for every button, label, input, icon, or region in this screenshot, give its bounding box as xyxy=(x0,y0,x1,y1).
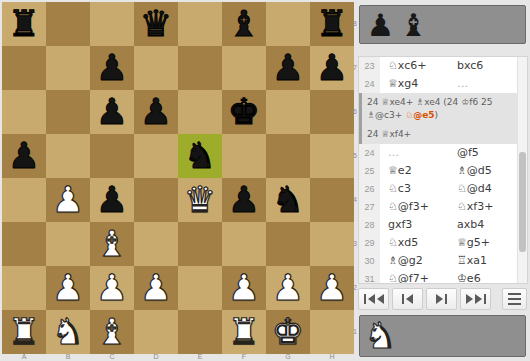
chess-board[interactable]: ♜♛♝♜♟♟♟♟♟♚♟♞♟♟♛♟♞♝♟♟♟♟♟♟♜♞♝♜♚ xyxy=(2,2,354,354)
step-forward-button[interactable] xyxy=(426,288,457,310)
move-number: 29 xyxy=(359,234,380,252)
white-move[interactable]: ♘xc6+ xyxy=(380,57,455,75)
move-row: 26 ♘c3 ♘@d4 xyxy=(359,180,527,198)
white-pawn[interactable]: ♟ xyxy=(266,266,310,310)
move-row: 28 gxf3 axb4 xyxy=(359,216,527,234)
square-c1[interactable]: ♝ xyxy=(90,310,134,354)
square-b3[interactable] xyxy=(46,222,90,266)
black-rook[interactable]: ♜ xyxy=(2,2,46,46)
white-bishop[interactable]: ♝ xyxy=(90,310,134,354)
move-row: 24 … @f5 xyxy=(359,144,527,162)
black-rook[interactable]: ♜ xyxy=(310,2,354,46)
move-row: 27 ♘@f3+ ♘xf3+ xyxy=(359,198,527,216)
variation-line[interactable]: 24 ♕xe4+ ♗xe4 (24 ♔f6 25 ♗@c3+ ♘@e5) xyxy=(359,93,527,125)
square-e1[interactable] xyxy=(178,310,222,354)
move-number: 30 xyxy=(359,252,380,270)
white-rook[interactable]: ♜ xyxy=(222,310,266,354)
square-b7[interactable] xyxy=(46,46,90,90)
menu-button[interactable] xyxy=(502,288,527,310)
square-g1[interactable]: ♚ xyxy=(266,310,310,354)
white-pawn[interactable]: ♟ xyxy=(46,178,90,222)
square-g3[interactable] xyxy=(266,222,310,266)
square-b4[interactable]: ♟ xyxy=(46,178,90,222)
file-label: G xyxy=(266,353,310,361)
move-number: 27 xyxy=(359,198,380,216)
skip-start-icon xyxy=(364,294,366,304)
scrollbar-thumb[interactable] xyxy=(519,152,526,252)
white-move: … xyxy=(380,144,455,162)
step-forward-icon xyxy=(436,294,443,304)
square-c3[interactable]: ♝ xyxy=(90,222,134,266)
black-pawn[interactable]: ♟ xyxy=(222,178,266,222)
current-move[interactable]: ♘@e5 xyxy=(405,110,434,120)
square-a8[interactable]: ♜ xyxy=(2,2,46,46)
move-row: 23 ♘xc6+ bxc6 xyxy=(359,57,527,75)
white-pawn[interactable]: ♟ xyxy=(310,266,354,310)
scrollbar[interactable] xyxy=(517,57,527,283)
black-pawn[interactable]: ♟ xyxy=(90,90,134,134)
black-pawn-pocket-piece[interactable]: ♟ xyxy=(364,6,397,44)
square-a7[interactable] xyxy=(2,46,46,90)
white-move[interactable]: ♘@f3+ xyxy=(380,198,455,216)
black-pawn[interactable]: ♟ xyxy=(2,134,46,178)
white-move[interactable]: ♕e2 xyxy=(380,162,455,180)
white-pawn[interactable]: ♟ xyxy=(90,266,134,310)
square-d5[interactable] xyxy=(134,134,178,178)
square-d1[interactable] xyxy=(134,310,178,354)
square-c7[interactable]: ♟ xyxy=(90,46,134,90)
black-king[interactable]: ♚ xyxy=(222,90,266,134)
white-pocket-tray: ♞ xyxy=(359,315,526,357)
square-b1[interactable]: ♞ xyxy=(46,310,90,354)
square-c8[interactable] xyxy=(90,2,134,46)
move-row: 24 ♕xg4 … xyxy=(359,75,527,93)
move-number: 25 xyxy=(359,162,380,180)
square-b8[interactable] xyxy=(46,2,90,46)
variation-moves[interactable]: 24 ♕xf4+ xyxy=(367,129,411,139)
square-a3[interactable] xyxy=(2,222,46,266)
black-bishop-pocket-piece[interactable]: ♝ xyxy=(397,6,430,44)
square-g6[interactable] xyxy=(266,90,310,134)
square-g2[interactable]: ♟ xyxy=(266,266,310,310)
square-d8[interactable]: ♛ xyxy=(134,2,178,46)
square-a6[interactable] xyxy=(2,90,46,134)
white-rook[interactable]: ♜ xyxy=(2,310,46,354)
file-label: H xyxy=(310,353,354,361)
square-f1[interactable]: ♜ xyxy=(222,310,266,354)
square-e4[interactable]: ♛ xyxy=(178,178,222,222)
square-f3[interactable] xyxy=(222,222,266,266)
white-pawn[interactable]: ♟ xyxy=(46,266,90,310)
move-row: 25 ♕e2 ♗@d5 xyxy=(359,162,527,180)
file-label: E xyxy=(178,353,222,361)
square-f5[interactable] xyxy=(222,134,266,178)
square-d3[interactable] xyxy=(134,222,178,266)
white-knight-pocket-piece[interactable]: ♞ xyxy=(364,317,397,355)
white-move[interactable]: ♘xd5 xyxy=(380,234,455,252)
square-h2[interactable]: ♟ xyxy=(310,266,354,310)
white-queen[interactable]: ♛ xyxy=(178,178,222,222)
black-knight[interactable]: ♞ xyxy=(266,178,310,222)
black-queen[interactable]: ♛ xyxy=(134,2,178,46)
square-b5[interactable] xyxy=(46,134,90,178)
square-a2[interactable] xyxy=(2,266,46,310)
square-c2[interactable]: ♟ xyxy=(90,266,134,310)
move-number: 24 xyxy=(359,75,380,93)
white-bishop[interactable]: ♝ xyxy=(90,222,134,266)
white-knight[interactable]: ♞ xyxy=(46,310,90,354)
white-king[interactable]: ♚ xyxy=(266,310,310,354)
white-move[interactable]: ♗@g2 xyxy=(380,252,455,270)
square-d7[interactable] xyxy=(134,46,178,90)
hamburger-icon xyxy=(508,293,521,295)
square-e7[interactable] xyxy=(178,46,222,90)
black-pawn[interactable]: ♟ xyxy=(90,46,134,90)
file-label: B xyxy=(46,353,90,361)
square-a4[interactable] xyxy=(2,178,46,222)
square-g4[interactable]: ♞ xyxy=(266,178,310,222)
black-pocket-tray: ♟ ♝ xyxy=(359,5,526,44)
square-b6[interactable] xyxy=(46,90,90,134)
file-labels: ABCDEFGH xyxy=(2,353,354,361)
move-number: 23 xyxy=(359,57,380,75)
square-h5[interactable] xyxy=(310,134,354,178)
variation-close: ) xyxy=(435,110,439,120)
go-to-start-button[interactable] xyxy=(358,288,389,310)
square-g7[interactable]: ♟ xyxy=(266,46,310,90)
square-h8[interactable]: ♜ xyxy=(310,2,354,46)
white-pawn[interactable]: ♟ xyxy=(134,266,178,310)
square-e6[interactable] xyxy=(178,90,222,134)
square-e5[interactable]: ♞ xyxy=(178,134,222,178)
move-number: 24 xyxy=(359,144,380,162)
square-f4[interactable]: ♟ xyxy=(222,178,266,222)
go-to-end-button[interactable] xyxy=(460,288,491,310)
square-f6[interactable]: ♚ xyxy=(222,90,266,134)
black-bishop[interactable]: ♝ xyxy=(222,2,266,46)
file-label: F xyxy=(222,353,266,361)
white-move[interactable]: ♘@f7+ xyxy=(380,270,455,284)
square-h6[interactable] xyxy=(310,90,354,134)
move-list[interactable]: 23 ♘xc6+ bxc6 24 ♕xg4 … 24 ♕xe4+ ♗xe4 (2… xyxy=(358,56,528,284)
move-number: 28 xyxy=(359,216,380,234)
square-h7[interactable]: ♟ xyxy=(310,46,354,90)
move-number: 31 xyxy=(359,270,380,284)
black-knight[interactable]: ♞ xyxy=(178,134,222,178)
step-back-button[interactable] xyxy=(392,288,423,310)
square-h3[interactable] xyxy=(310,222,354,266)
skip-end-icon xyxy=(466,294,473,304)
move-row: 30 ♗@g2 ♖xa1 xyxy=(359,252,527,270)
square-d6[interactable]: ♟ xyxy=(134,90,178,134)
black-pawn[interactable]: ♟ xyxy=(310,46,354,90)
square-h4[interactable] xyxy=(310,178,354,222)
square-g5[interactable] xyxy=(266,134,310,178)
white-move[interactable]: ♘c3 xyxy=(380,180,455,198)
white-move[interactable]: gxf3 xyxy=(380,216,455,234)
black-pawn[interactable]: ♟ xyxy=(134,90,178,134)
move-navigation xyxy=(358,287,528,311)
black-pawn[interactable]: ♟ xyxy=(90,178,134,222)
square-e3[interactable] xyxy=(178,222,222,266)
square-b2[interactable]: ♟ xyxy=(46,266,90,310)
black-pawn[interactable]: ♟ xyxy=(266,46,310,90)
move-number: 26 xyxy=(359,180,380,198)
move-row: 31 ♘@f7+ ♔e6 xyxy=(359,270,527,284)
white-move[interactable]: ♕xg4 xyxy=(380,75,455,93)
square-c5[interactable] xyxy=(90,134,134,178)
square-d4[interactable] xyxy=(134,178,178,222)
move-row: 29 ♘xd5 ♕g5+ xyxy=(359,234,527,252)
file-label: C xyxy=(90,353,134,361)
square-e2[interactable] xyxy=(178,266,222,310)
square-g8[interactable] xyxy=(266,2,310,46)
square-a1[interactable]: ♜ xyxy=(2,310,46,354)
square-e8[interactable] xyxy=(178,2,222,46)
square-c6[interactable]: ♟ xyxy=(90,90,134,134)
square-d2[interactable]: ♟ xyxy=(134,266,178,310)
step-back-icon xyxy=(402,294,404,304)
square-f7[interactable] xyxy=(222,46,266,90)
square-f8[interactable]: ♝ xyxy=(222,2,266,46)
square-a5[interactable]: ♟ xyxy=(2,134,46,178)
file-label: D xyxy=(134,353,178,361)
file-label: A xyxy=(2,353,46,361)
square-f2[interactable]: ♟ xyxy=(222,266,266,310)
variation-line[interactable]: 24 ♕xf4+ xyxy=(359,125,527,144)
white-pawn[interactable]: ♟ xyxy=(222,266,266,310)
square-h1[interactable] xyxy=(310,310,354,354)
square-c4[interactable]: ♟ xyxy=(90,178,134,222)
